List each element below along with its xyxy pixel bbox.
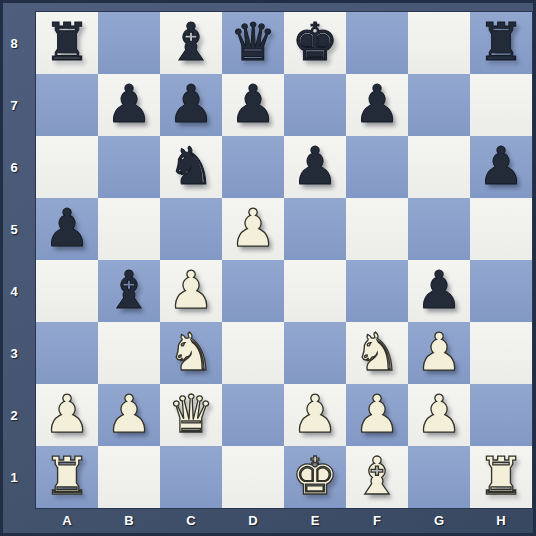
- rank-label-7: 7: [3, 74, 25, 136]
- piece-white-rook: ♜: [36, 446, 98, 508]
- square-b4[interactable]: ♝: [98, 260, 160, 322]
- piece-black-pawn: ♟: [98, 74, 160, 136]
- square-f5[interactable]: [346, 198, 408, 260]
- square-g1[interactable]: [408, 446, 470, 508]
- square-d6[interactable]: [222, 136, 284, 198]
- square-d3[interactable]: [222, 322, 284, 384]
- square-c4[interactable]: ♟: [160, 260, 222, 322]
- rank-label-6: 6: [3, 136, 25, 198]
- piece-white-knight: ♞: [160, 322, 222, 384]
- square-f3[interactable]: ♞: [346, 322, 408, 384]
- square-c8[interactable]: ♝: [160, 12, 222, 74]
- piece-white-pawn: ♟: [408, 384, 470, 446]
- square-e3[interactable]: [284, 322, 346, 384]
- square-c1[interactable]: [160, 446, 222, 508]
- rank-label-5: 5: [3, 198, 25, 260]
- chess-board: ♜♝♛♚♜♟♟♟♟♞♟♟♟♟♝♟♟♞♞♟♟♟♛♟♟♟♜♚♝♜: [36, 12, 532, 508]
- file-label-f: F: [346, 508, 408, 532]
- square-g3[interactable]: ♟: [408, 322, 470, 384]
- file-labels: ABCDEFGH: [36, 508, 532, 536]
- square-f8[interactable]: [346, 12, 408, 74]
- piece-black-knight: ♞: [160, 136, 222, 198]
- piece-white-pawn: ♟: [346, 384, 408, 446]
- square-a7[interactable]: [36, 74, 98, 136]
- piece-black-rook: ♜: [470, 12, 532, 74]
- square-d5[interactable]: ♟: [222, 198, 284, 260]
- square-e4[interactable]: [284, 260, 346, 322]
- rank-label-2: 2: [3, 384, 25, 446]
- square-b1[interactable]: [98, 446, 160, 508]
- piece-black-pawn: ♟: [346, 74, 408, 136]
- square-d2[interactable]: [222, 384, 284, 446]
- piece-white-pawn: ♟: [408, 322, 470, 384]
- chess-board-window: 87654321 ♜♝♛♚♜♟♟♟♟♞♟♟♟♟♝♟♟♞♞♟♟♟♛♟♟♟♜♚♝♜ …: [0, 0, 536, 536]
- file-label-a: A: [36, 508, 98, 532]
- piece-white-pawn: ♟: [36, 384, 98, 446]
- square-b5[interactable]: [98, 198, 160, 260]
- file-label-h: H: [470, 508, 532, 532]
- piece-black-bishop: ♝: [160, 12, 222, 74]
- piece-black-pawn: ♟: [470, 136, 532, 198]
- square-h8[interactable]: ♜: [470, 12, 532, 74]
- rank-labels: 87654321: [3, 12, 36, 508]
- square-a3[interactable]: [36, 322, 98, 384]
- square-f6[interactable]: [346, 136, 408, 198]
- rank-label-1: 1: [3, 446, 25, 508]
- square-e2[interactable]: ♟: [284, 384, 346, 446]
- square-b7[interactable]: ♟: [98, 74, 160, 136]
- square-b3[interactable]: [98, 322, 160, 384]
- square-g2[interactable]: ♟: [408, 384, 470, 446]
- piece-black-pawn: ♟: [408, 260, 470, 322]
- piece-black-pawn: ♟: [284, 136, 346, 198]
- rank-label-3: 3: [3, 322, 25, 384]
- piece-white-pawn: ♟: [222, 198, 284, 260]
- square-e7[interactable]: [284, 74, 346, 136]
- square-f2[interactable]: ♟: [346, 384, 408, 446]
- square-h3[interactable]: [470, 322, 532, 384]
- square-c7[interactable]: ♟: [160, 74, 222, 136]
- square-a2[interactable]: ♟: [36, 384, 98, 446]
- file-label-c: C: [160, 508, 222, 532]
- file-label-e: E: [284, 508, 346, 532]
- square-c2[interactable]: ♛: [160, 384, 222, 446]
- piece-white-queen: ♛: [160, 384, 222, 446]
- square-d7[interactable]: ♟: [222, 74, 284, 136]
- square-d1[interactable]: [222, 446, 284, 508]
- square-g5[interactable]: [408, 198, 470, 260]
- square-b8[interactable]: [98, 12, 160, 74]
- square-e8[interactable]: ♚: [284, 12, 346, 74]
- piece-white-pawn: ♟: [284, 384, 346, 446]
- file-label-g: G: [408, 508, 470, 532]
- piece-white-pawn: ♟: [98, 384, 160, 446]
- square-e1[interactable]: ♚: [284, 446, 346, 508]
- piece-white-bishop: ♝: [346, 446, 408, 508]
- file-label-b: B: [98, 508, 160, 532]
- square-h5[interactable]: [470, 198, 532, 260]
- square-c3[interactable]: ♞: [160, 322, 222, 384]
- square-b2[interactable]: ♟: [98, 384, 160, 446]
- square-g4[interactable]: ♟: [408, 260, 470, 322]
- square-h7[interactable]: [470, 74, 532, 136]
- square-a1[interactable]: ♜: [36, 446, 98, 508]
- square-g8[interactable]: [408, 12, 470, 74]
- piece-white-king: ♚: [284, 446, 346, 508]
- square-e6[interactable]: ♟: [284, 136, 346, 198]
- square-a5[interactable]: ♟: [36, 198, 98, 260]
- square-g7[interactable]: [408, 74, 470, 136]
- piece-black-pawn: ♟: [222, 74, 284, 136]
- square-c5[interactable]: [160, 198, 222, 260]
- square-d8[interactable]: ♛: [222, 12, 284, 74]
- file-label-d: D: [222, 508, 284, 532]
- square-f4[interactable]: [346, 260, 408, 322]
- square-f1[interactable]: ♝: [346, 446, 408, 508]
- piece-black-pawn: ♟: [36, 198, 98, 260]
- square-h6[interactable]: ♟: [470, 136, 532, 198]
- piece-white-knight: ♞: [346, 322, 408, 384]
- square-a4[interactable]: [36, 260, 98, 322]
- square-f7[interactable]: ♟: [346, 74, 408, 136]
- square-a8[interactable]: ♜: [36, 12, 98, 74]
- rank-label-8: 8: [3, 12, 25, 74]
- square-b6[interactable]: [98, 136, 160, 198]
- piece-black-rook: ♜: [36, 12, 98, 74]
- square-e5[interactable]: [284, 198, 346, 260]
- piece-black-king: ♚: [284, 12, 346, 74]
- piece-black-pawn: ♟: [160, 74, 222, 136]
- square-h4[interactable]: [470, 260, 532, 322]
- piece-black-queen: ♛: [222, 12, 284, 74]
- square-h1[interactable]: ♜: [470, 446, 532, 508]
- rank-label-4: 4: [3, 260, 25, 322]
- piece-white-rook: ♜: [470, 446, 532, 508]
- piece-black-bishop: ♝: [98, 260, 160, 322]
- square-d4[interactable]: [222, 260, 284, 322]
- square-c6[interactable]: ♞: [160, 136, 222, 198]
- piece-white-pawn: ♟: [160, 260, 222, 322]
- square-g6[interactable]: [408, 136, 470, 198]
- square-a6[interactable]: [36, 136, 98, 198]
- square-h2[interactable]: [470, 384, 532, 446]
